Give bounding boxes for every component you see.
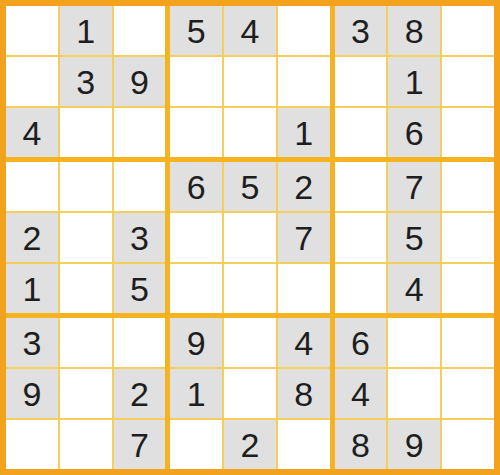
cell-r4c1[interactable]	[6, 162, 58, 211]
cell-r7c2[interactable]	[60, 318, 112, 367]
cell-r3c9[interactable]	[442, 108, 494, 157]
cell-r2c9[interactable]	[442, 57, 494, 106]
cell-r9c6[interactable]	[278, 420, 330, 469]
cell-r6c1: 1	[6, 264, 58, 313]
cell-r9c7: 8	[335, 420, 387, 469]
cell-r2c5[interactable]	[224, 57, 276, 106]
cell-r4c5: 5	[224, 162, 276, 211]
cell-r3c7[interactable]	[335, 108, 387, 157]
cell-r8c6: 8	[278, 369, 330, 418]
cell-r6c2[interactable]	[60, 264, 112, 313]
cell-r9c8: 9	[388, 420, 440, 469]
cell-r1c5: 4	[224, 6, 276, 55]
cell-r8c9[interactable]	[442, 369, 494, 418]
cell-r6c5[interactable]	[224, 264, 276, 313]
block-1-3: 3816	[335, 6, 494, 157]
cell-r5c5[interactable]	[224, 213, 276, 262]
cell-r2c3: 9	[114, 57, 166, 106]
cell-r5c3: 3	[114, 213, 166, 262]
cell-r5c1: 2	[6, 213, 58, 262]
cell-r3c4[interactable]	[170, 108, 222, 157]
cell-r1c6[interactable]	[278, 6, 330, 55]
cell-r6c3: 5	[114, 264, 166, 313]
cell-r9c1[interactable]	[6, 420, 58, 469]
cell-r7c1: 3	[6, 318, 58, 367]
cell-r8c8[interactable]	[388, 369, 440, 418]
cell-r1c3[interactable]	[114, 6, 166, 55]
cell-r5c4[interactable]	[170, 213, 222, 262]
cell-r9c5: 2	[224, 420, 276, 469]
block-2-2: 6527	[170, 162, 329, 313]
cell-r3c5[interactable]	[224, 108, 276, 157]
cell-r5c9[interactable]	[442, 213, 494, 262]
cell-r1c1[interactable]	[6, 6, 58, 55]
cell-r7c4: 9	[170, 318, 222, 367]
cell-r7c3[interactable]	[114, 318, 166, 367]
cell-r8c4: 1	[170, 369, 222, 418]
cell-r3c8: 6	[388, 108, 440, 157]
cell-r6c6[interactable]	[278, 264, 330, 313]
cell-r2c1[interactable]	[6, 57, 58, 106]
cell-r9c9[interactable]	[442, 420, 494, 469]
cell-r4c8: 7	[388, 162, 440, 211]
cell-r9c4[interactable]	[170, 420, 222, 469]
cell-r2c6[interactable]	[278, 57, 330, 106]
cell-r4c4: 6	[170, 162, 222, 211]
cell-r7c9[interactable]	[442, 318, 494, 367]
cell-r7c5[interactable]	[224, 318, 276, 367]
cell-r2c2: 3	[60, 57, 112, 106]
cell-r8c3: 2	[114, 369, 166, 418]
cell-r8c1: 9	[6, 369, 58, 418]
block-1-2: 541	[170, 6, 329, 157]
cell-r8c7: 4	[335, 369, 387, 418]
sudoku-board: 13945413816231565277543927941826489	[0, 0, 500, 475]
cell-r4c9[interactable]	[442, 162, 494, 211]
cell-r1c9[interactable]	[442, 6, 494, 55]
cell-r2c8: 1	[388, 57, 440, 106]
block-2-1: 2315	[6, 162, 165, 313]
cell-r7c7: 6	[335, 318, 387, 367]
cell-r5c2[interactable]	[60, 213, 112, 262]
cell-r1c2: 1	[60, 6, 112, 55]
block-2-3: 754	[335, 162, 494, 313]
block-3-3: 6489	[335, 318, 494, 469]
cell-r6c8: 4	[388, 264, 440, 313]
cell-r3c3[interactable]	[114, 108, 166, 157]
cell-r1c8: 8	[388, 6, 440, 55]
cell-r4c7[interactable]	[335, 162, 387, 211]
cell-r8c5[interactable]	[224, 369, 276, 418]
cell-r1c7: 3	[335, 6, 387, 55]
block-1-1: 1394	[6, 6, 165, 157]
cell-r3c1: 4	[6, 108, 58, 157]
cell-r3c6: 1	[278, 108, 330, 157]
cell-r5c7[interactable]	[335, 213, 387, 262]
cell-r3c2[interactable]	[60, 108, 112, 157]
cell-r7c8[interactable]	[388, 318, 440, 367]
block-3-2: 94182	[170, 318, 329, 469]
block-3-1: 3927	[6, 318, 165, 469]
cell-r6c9[interactable]	[442, 264, 494, 313]
cell-r8c2[interactable]	[60, 369, 112, 418]
cell-r5c6: 7	[278, 213, 330, 262]
cell-r2c4[interactable]	[170, 57, 222, 106]
cell-r4c3[interactable]	[114, 162, 166, 211]
cell-r1c4: 5	[170, 6, 222, 55]
cell-r6c4[interactable]	[170, 264, 222, 313]
cell-r9c3: 7	[114, 420, 166, 469]
cell-r9c2[interactable]	[60, 420, 112, 469]
cell-r6c7[interactable]	[335, 264, 387, 313]
cell-r4c6: 2	[278, 162, 330, 211]
cell-r7c6: 4	[278, 318, 330, 367]
cell-r2c7[interactable]	[335, 57, 387, 106]
cell-r5c8: 5	[388, 213, 440, 262]
cell-r4c2[interactable]	[60, 162, 112, 211]
